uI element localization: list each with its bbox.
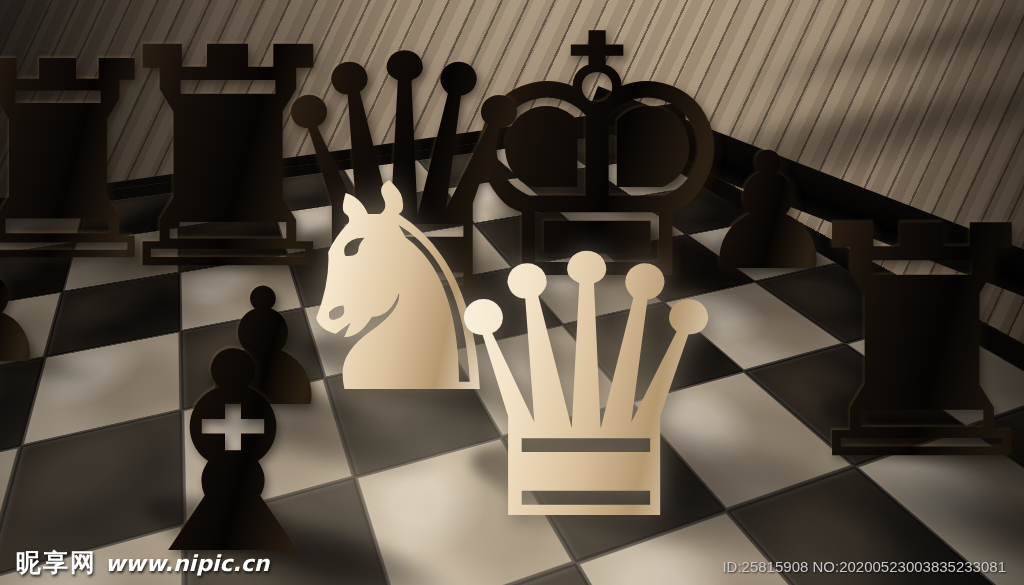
chess-render-scene: ♜♜♛♚♟♞♟♟♝♛♜ 昵享网www.nipic.cn ID:25815908 … (0, 0, 1024, 585)
site-logo-text: 昵享网 (16, 548, 97, 577)
watermark-site: 昵享网www.nipic.cn (16, 546, 270, 579)
site-url-text: www.nipic.cn (105, 551, 270, 576)
watermark-id: ID:25815908 NO:20200523003835233081 (722, 558, 1006, 575)
